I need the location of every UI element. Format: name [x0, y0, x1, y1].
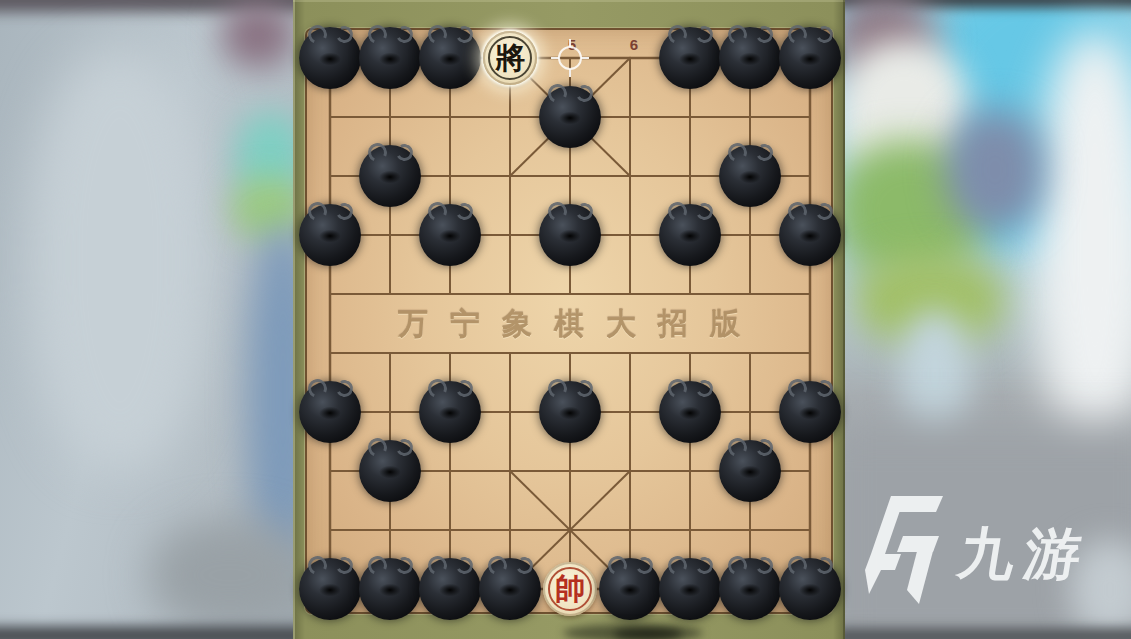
- piece-black-bomb[interactable]: [659, 204, 721, 266]
- bomb-face-mark: [679, 584, 701, 597]
- bomb-face-mark: [319, 407, 341, 420]
- background-blob: [248, 225, 293, 565]
- bomb-fuse-curl-icon: [334, 24, 355, 45]
- bomb-face-mark: [439, 53, 461, 66]
- file-label-6: 6: [630, 36, 638, 53]
- piece-black-bomb[interactable]: [359, 558, 421, 620]
- piece-black-bomb[interactable]: [299, 558, 361, 620]
- piece-black-general[interactable]: 將: [483, 31, 537, 85]
- piece-black-bomb[interactable]: [299, 204, 361, 266]
- jiuyou-g-icon: [865, 496, 945, 608]
- bomb-face-mark: [559, 230, 581, 243]
- bomb-face-mark: [799, 584, 821, 597]
- bomb-fuse-curl-icon: [814, 201, 835, 222]
- piece-black-bomb[interactable]: [299, 381, 361, 443]
- watermark: 九游: [865, 496, 1091, 608]
- piece-black-bomb[interactable]: [539, 204, 601, 266]
- bomb-face-mark: [739, 584, 761, 597]
- bomb-fuse-curl-icon: [665, 22, 689, 46]
- piece-black-bomb[interactable]: [779, 27, 841, 89]
- bomb-fuse-curl-icon: [814, 555, 835, 576]
- piece-black-bomb[interactable]: [419, 204, 481, 266]
- piece-black-bomb[interactable]: [479, 558, 541, 620]
- bomb-face-mark: [799, 230, 821, 243]
- bomb-face-mark: [379, 466, 401, 479]
- piece-black-bomb[interactable]: [719, 558, 781, 620]
- background-right: 九游: [845, 0, 1131, 639]
- background-blob: [945, 110, 1045, 230]
- background-blob: [150, 520, 293, 630]
- piece-red-general[interactable]: 帥: [543, 562, 597, 616]
- bomb-fuse-curl-icon: [754, 24, 775, 45]
- background-left: [0, 0, 293, 639]
- bomb-fuse-curl-icon: [394, 24, 415, 45]
- bomb-face-mark: [439, 230, 461, 243]
- bomb-face-mark: [739, 466, 761, 479]
- bomb-fuse-curl-icon: [814, 378, 835, 399]
- piece-black-bomb[interactable]: [299, 27, 361, 89]
- bomb-face-mark: [499, 584, 521, 597]
- board-panel: 万宁象棋大招版 5 6 將帥: [293, 0, 845, 639]
- piece-black-bomb[interactable]: [719, 145, 781, 207]
- bomb-face-mark: [379, 53, 401, 66]
- bomb-fuse-curl-icon: [694, 24, 715, 45]
- bomb-fuse-curl-icon: [305, 22, 329, 46]
- piece-black-bomb[interactable]: [539, 381, 601, 443]
- piece-black-bomb[interactable]: [779, 381, 841, 443]
- target-reticle-marker: [558, 46, 582, 70]
- bomb-face-mark: [799, 53, 821, 66]
- piece-black-bomb[interactable]: [719, 27, 781, 89]
- piece-black-bomb[interactable]: [659, 27, 721, 89]
- bomb-face-mark: [379, 584, 401, 597]
- bomb-fuse-curl-icon: [725, 22, 749, 46]
- bomb-face-mark: [319, 230, 341, 243]
- background-blob: [1035, 30, 1131, 460]
- bomb-face-mark: [439, 584, 461, 597]
- bomb-face-mark: [739, 53, 761, 66]
- piece-black-bomb[interactable]: [539, 86, 601, 148]
- bomb-fuse-curl-icon: [425, 22, 449, 46]
- bomb-face-mark: [739, 171, 761, 184]
- bomb-face-mark: [379, 171, 401, 184]
- screenshot-stage: 九游: [0, 0, 1131, 639]
- bomb-face-mark: [559, 407, 581, 420]
- bomb-face-mark: [799, 407, 821, 420]
- bomb-face-mark: [319, 53, 341, 66]
- bomb-face-mark: [619, 584, 641, 597]
- piece-black-bomb[interactable]: [359, 440, 421, 502]
- bomb-fuse-curl-icon: [785, 22, 809, 46]
- board-shadow-smudge: [613, 628, 683, 639]
- bomb-face-mark: [559, 112, 581, 125]
- watermark-brand-text: 九游: [955, 526, 1096, 582]
- piece-black-bomb[interactable]: [359, 145, 421, 207]
- bomb-fuse-curl-icon: [454, 24, 475, 45]
- background-blob: [0, 626, 293, 639]
- bomb-face-mark: [679, 230, 701, 243]
- background-blob: [845, 628, 1131, 639]
- bomb-face-mark: [319, 584, 341, 597]
- bomb-fuse-curl-icon: [365, 22, 389, 46]
- piece-black-bomb[interactable]: [719, 440, 781, 502]
- piece-black-bomb[interactable]: [659, 381, 721, 443]
- piece-black-bomb[interactable]: [419, 381, 481, 443]
- river-text: 万宁象棋大招版: [307, 304, 831, 345]
- piece-black-bomb[interactable]: [419, 27, 481, 89]
- bomb-face-mark: [679, 407, 701, 420]
- general-character: 帥: [543, 562, 597, 616]
- piece-black-bomb[interactable]: [419, 558, 481, 620]
- background-blob: [30, 50, 210, 470]
- bomb-face-mark: [679, 53, 701, 66]
- piece-black-bomb[interactable]: [359, 27, 421, 89]
- general-character: 將: [483, 31, 537, 85]
- bomb-fuse-curl-icon: [814, 24, 835, 45]
- piece-black-bomb[interactable]: [779, 204, 841, 266]
- piece-black-bomb[interactable]: [599, 558, 661, 620]
- bomb-face-mark: [439, 407, 461, 420]
- piece-black-bomb[interactable]: [659, 558, 721, 620]
- background-blob: [222, 2, 293, 68]
- piece-black-bomb[interactable]: [779, 558, 841, 620]
